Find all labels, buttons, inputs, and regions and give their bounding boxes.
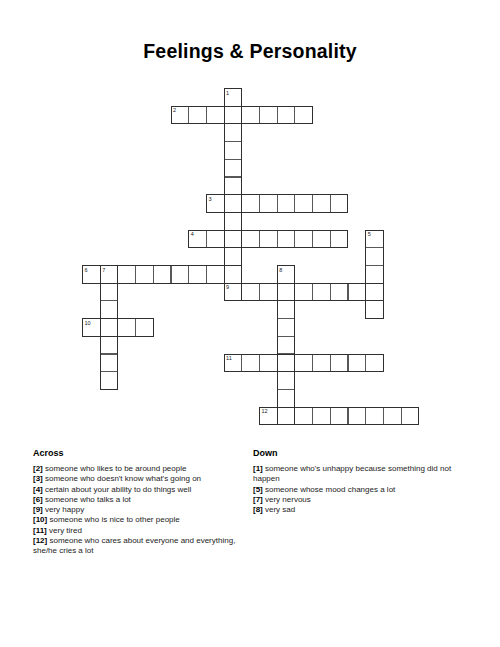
across-clue-number-9: [9]: [33, 505, 43, 514]
cell-r1-c7[interactable]: [206, 106, 225, 125]
cell-r15-c10[interactable]: [259, 354, 278, 373]
down-clue-number-8: [8]: [253, 505, 263, 514]
cell-r12-c11[interactable]: [277, 300, 296, 319]
cell-r7-c8[interactable]: [224, 212, 243, 231]
cell-r10-c11[interactable]: 8: [277, 265, 296, 284]
down-clue-8: [8] very sad: [253, 505, 454, 515]
cell-r15-c14[interactable]: [330, 354, 349, 373]
down-clue-number-7: [7]: [253, 495, 263, 504]
cell-r12-c1[interactable]: [100, 300, 119, 319]
cell-r8-c9[interactable]: [241, 230, 260, 249]
cell-r8-c8[interactable]: [224, 230, 243, 249]
cell-r10-c2[interactable]: [117, 265, 136, 284]
cell-r13-c0[interactable]: 10: [82, 318, 101, 337]
cell-r0-c8[interactable]: 1: [224, 88, 243, 107]
cell-r6-c8[interactable]: [224, 194, 243, 213]
cell-r11-c8[interactable]: 9: [224, 283, 243, 302]
across-clue-2: [2] someone who likes to be around peopl…: [33, 464, 240, 474]
cell-r11-c9[interactable]: [241, 283, 260, 302]
clue-number-7: 7: [102, 267, 105, 273]
across-clue-3: [3] someone who doesn't know what's goin…: [33, 474, 240, 484]
clue-number-11: 11: [226, 355, 232, 361]
cell-r11-c10[interactable]: [259, 283, 278, 302]
cell-r5-c8[interactable]: [224, 177, 243, 196]
cell-r13-c2[interactable]: [117, 318, 136, 337]
cell-r6-c7[interactable]: 3: [206, 194, 225, 213]
cell-r8-c14[interactable]: [330, 230, 349, 249]
cell-r3-c8[interactable]: [224, 141, 243, 160]
cell-r4-c8[interactable]: [224, 159, 243, 178]
across-clue-list: [2] someone who likes to be around peopl…: [33, 464, 240, 557]
cell-r16-c1[interactable]: [100, 371, 119, 390]
clue-number-12: 12: [262, 408, 268, 414]
cell-r15-c1[interactable]: [100, 354, 119, 373]
clue-number-10: 10: [85, 320, 91, 326]
across-clue-number-10: [10]: [33, 515, 47, 524]
cell-r6-c13[interactable]: [312, 194, 331, 213]
cell-r18-c15[interactable]: [348, 407, 367, 426]
cell-r2-c8[interactable]: [224, 123, 243, 142]
cell-r13-c11[interactable]: [277, 318, 296, 337]
cell-r6-c12[interactable]: [294, 194, 313, 213]
across-clue-4: [4] certain about your ability to do thi…: [33, 485, 240, 495]
down-clue-5: [5] someone whose mood changes a lot: [253, 485, 454, 495]
clue-number-1: 1: [226, 90, 229, 96]
across-clue-9: [9] very happy: [33, 505, 240, 515]
down-header: Down: [253, 448, 454, 458]
cell-r8-c16[interactable]: 5: [365, 230, 384, 249]
across-clue-12: [12] someone who cares about everyone an…: [33, 536, 240, 557]
down-clue-number-5: [5]: [253, 485, 263, 494]
cell-r6-c11[interactable]: [277, 194, 296, 213]
cell-r15-c12[interactable]: [294, 354, 313, 373]
cell-r11-c11[interactable]: [277, 283, 296, 302]
across-clue-number-4: [4]: [33, 485, 43, 494]
cell-r6-c10[interactable]: [259, 194, 278, 213]
clue-number-4: 4: [191, 231, 194, 237]
down-clues-section: Down [1] someone who's unhappy because s…: [253, 448, 454, 515]
page-title: Feelings & Personality: [0, 40, 500, 63]
across-clue-10: [10] someone who is nice to other people: [33, 515, 240, 525]
across-clue-number-6: [6]: [33, 495, 43, 504]
cell-r17-c11[interactable]: [277, 389, 296, 408]
down-clue-list: [1] someone who's unhappy because someth…: [253, 464, 454, 515]
cell-r10-c0[interactable]: 6: [82, 265, 101, 284]
cell-r10-c3[interactable]: [135, 265, 154, 284]
across-header: Across: [33, 448, 240, 458]
clue-number-6: 6: [85, 267, 88, 273]
across-clue-number-11: [11]: [33, 526, 47, 535]
cell-r1-c11[interactable]: [277, 106, 296, 125]
clue-number-5: 5: [368, 231, 371, 237]
cell-r11-c13[interactable]: [312, 283, 331, 302]
cell-r14-c1[interactable]: [100, 336, 119, 355]
cell-r6-c9[interactable]: [241, 194, 260, 213]
across-clues-section: Across [2] someone who likes to be aroun…: [33, 448, 240, 557]
cell-r10-c6[interactable]: [188, 265, 207, 284]
cell-r8-c6[interactable]: 4: [188, 230, 207, 249]
cell-r10-c1[interactable]: 7: [100, 265, 119, 284]
cell-r16-c11[interactable]: [277, 371, 296, 390]
cell-r1-c8[interactable]: [224, 106, 243, 125]
cell-r18-c16[interactable]: [365, 407, 384, 426]
cell-r8-c12[interactable]: [294, 230, 313, 249]
cell-r1-c9[interactable]: [241, 106, 260, 125]
across-clue-6: [6] someone who talks a lot: [33, 495, 240, 505]
cell-r8-c10[interactable]: [259, 230, 278, 249]
cell-r14-c11[interactable]: [277, 336, 296, 355]
across-clue-number-3: [3]: [33, 474, 43, 483]
cell-r11-c14[interactable]: [330, 283, 349, 302]
cell-r18-c14[interactable]: [330, 407, 349, 426]
cell-r15-c11[interactable]: [277, 354, 296, 373]
cell-r15-c8[interactable]: 11: [224, 354, 243, 373]
across-clue-number-2: [2]: [33, 464, 43, 473]
down-clue-7: [7] very nervous: [253, 495, 454, 505]
cell-r9-c16[interactable]: [365, 247, 384, 266]
cell-r15-c9[interactable]: [241, 354, 260, 373]
cell-r18-c17[interactable]: [383, 407, 402, 426]
cell-r10-c5[interactable]: [171, 265, 190, 284]
clue-number-2: 2: [173, 107, 176, 113]
cell-r15-c15[interactable]: [348, 354, 367, 373]
cell-r13-c3[interactable]: [135, 318, 154, 337]
cell-r12-c16[interactable]: [365, 300, 384, 319]
cell-r18-c10[interactable]: 12: [259, 407, 278, 426]
crossword-page: Feelings & Personality 123456789101112 A…: [0, 0, 500, 647]
cell-r1-c5[interactable]: 2: [171, 106, 190, 125]
crossword-grid: 123456789101112: [82, 88, 419, 425]
cell-r8-c7[interactable]: [206, 230, 225, 249]
cell-r1-c10[interactable]: [259, 106, 278, 125]
across-clue-number-12: [12]: [33, 536, 47, 545]
across-clue-11: [11] very tired: [33, 526, 240, 536]
clue-number-8: 8: [279, 267, 282, 273]
cell-r8-c11[interactable]: [277, 230, 296, 249]
down-clue-number-1: [1]: [253, 464, 263, 473]
cell-r8-c13[interactable]: [312, 230, 331, 249]
cell-r6-c14[interactable]: [330, 194, 349, 213]
cell-r9-c8[interactable]: [224, 247, 243, 266]
cell-r11-c15[interactable]: [348, 283, 367, 302]
cell-r1-c12[interactable]: [294, 106, 313, 125]
cell-r18-c18[interactable]: [401, 407, 420, 426]
cell-r11-c16[interactable]: [365, 283, 384, 302]
cell-r15-c16[interactable]: [365, 354, 384, 373]
cell-r10-c16[interactable]: [365, 265, 384, 284]
cell-r18-c12[interactable]: [294, 407, 313, 426]
cell-r18-c11[interactable]: [277, 407, 296, 426]
clue-number-9: 9: [226, 284, 229, 290]
clue-number-3: 3: [208, 196, 211, 202]
down-clue-1: [1] someone who's unhappy because someth…: [253, 464, 454, 485]
cell-r10-c4[interactable]: [153, 265, 172, 284]
cell-r15-c13[interactable]: [312, 354, 331, 373]
cell-r1-c6[interactable]: [188, 106, 207, 125]
cell-r13-c1[interactable]: [100, 318, 119, 337]
cell-r18-c13[interactable]: [312, 407, 331, 426]
cell-r10-c8[interactable]: [224, 265, 243, 284]
cell-r11-c12[interactable]: [294, 283, 313, 302]
cell-r10-c7[interactable]: [206, 265, 225, 284]
cell-r11-c1[interactable]: [100, 283, 119, 302]
